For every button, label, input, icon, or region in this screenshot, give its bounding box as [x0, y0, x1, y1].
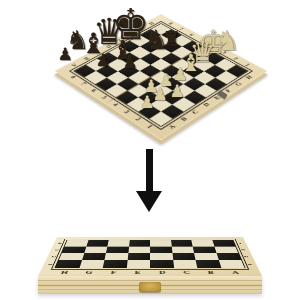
- box-front-edge: [38, 276, 262, 294]
- board-square: [150, 247, 172, 254]
- board-square: [172, 253, 196, 260]
- coordinate-label: A: [222, 269, 249, 275]
- coordinate-label: E: [125, 269, 150, 275]
- down-arrow-head-icon: [136, 191, 162, 212]
- board-square: [128, 247, 150, 254]
- board-square: [150, 253, 173, 260]
- folded-chess-board: HGFEDCBA 4321 4321: [38, 224, 262, 294]
- board-square: [194, 253, 218, 260]
- coordinate-label: B: [198, 269, 224, 275]
- board-square: [193, 247, 216, 254]
- white-knight-piece: ♞: [216, 27, 240, 54]
- board-square: [82, 253, 106, 260]
- open-chess-board: 87654321 87654321 HGFEDCBA HGFEDCBA ♚♛♞♝…: [0, 0, 300, 162]
- black-pawn-piece: ♟: [58, 46, 73, 63]
- coordinate-label: G: [76, 269, 102, 275]
- board-square: [126, 260, 150, 268]
- coordinate-label: H: [51, 269, 78, 275]
- coordinate-label: 3: [47, 248, 65, 252]
- board-square: [150, 260, 174, 268]
- folded-board-squares: [54, 240, 245, 268]
- black-pawn-piece: ♟: [123, 54, 138, 71]
- black-pawn-piece: ♟: [96, 52, 111, 69]
- coordinate-label: D: [150, 269, 175, 275]
- board-square: [173, 260, 197, 268]
- coordinate-label: 1: [240, 262, 260, 267]
- coordinate-label: C: [174, 269, 199, 275]
- chess-pieces-layer: ♚♛♞♝♝♞♜♟♟♟♚♞♛♝♟♟♟♟♟♟: [0, 0, 300, 162]
- coordinate-label: 2: [237, 255, 256, 259]
- coordinate-label: 2: [44, 255, 63, 259]
- board-square: [196, 260, 221, 268]
- chess-set-product-image: 87654321 87654321 HGFEDCBA HGFEDCBA ♚♛♞♝…: [0, 0, 300, 300]
- black-rook-piece: ♜: [163, 29, 182, 50]
- folded-board-top-surface: HGFEDCBA 4321 4321: [38, 237, 262, 276]
- coordinate-label: 4: [51, 241, 69, 245]
- white-pawn-piece: ♟: [170, 83, 185, 100]
- board-square: [103, 260, 127, 268]
- board-square: [84, 247, 107, 254]
- down-arrow-shaft: [146, 149, 153, 192]
- board-square: [127, 253, 150, 260]
- board-square: [79, 260, 104, 268]
- coordinate-label: F: [101, 269, 126, 275]
- coordinate-label: 4: [232, 241, 250, 245]
- white-pawn-piece: ♟: [140, 94, 155, 111]
- coordinate-label: 3: [234, 248, 252, 252]
- coordinate-label: 1: [40, 262, 60, 267]
- board-square: [104, 253, 128, 260]
- folded-board-file-letters: HGFEDCBA: [51, 269, 249, 275]
- board-square: [106, 247, 129, 254]
- brass-clasp-icon: [139, 282, 161, 292]
- folded-board-top-tilt: HGFEDCBA 4321 4321: [38, 237, 262, 276]
- board-square: [171, 247, 194, 254]
